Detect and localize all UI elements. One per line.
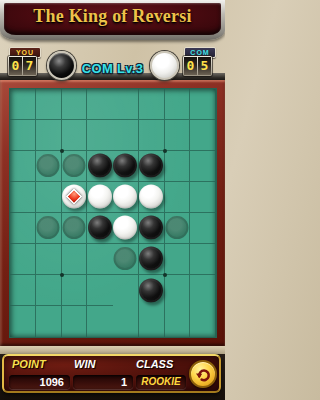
board-cell-h4[interactable] [190,182,216,213]
black-disc-f6 [139,247,163,271]
white-disc-e4 [113,185,137,209]
board-cell-a3[interactable] [10,151,36,182]
board-cell-b1[interactable] [36,89,62,120]
board-cell-a8[interactable] [10,306,36,337]
board-cell-e8[interactable] [113,306,139,337]
board-cell-d2[interactable] [87,120,113,151]
board-frame [0,80,225,346]
board-cell-h1[interactable] [190,89,216,120]
app-title: The King of Reversi [0,6,225,27]
board-cell-h2[interactable] [190,120,216,151]
bottom-strip [0,346,225,354]
board-cell-b5[interactable] [36,213,62,244]
board-cell-c1[interactable] [62,89,88,120]
title-banner: The King of Reversi [0,0,225,40]
black-disc-e3 [113,154,137,178]
board-cell-f4[interactable] [139,182,165,213]
board-cell-d4[interactable] [87,182,113,213]
board-cell-h6[interactable] [190,244,216,275]
board-cell-d5[interactable] [87,213,113,244]
white-disc-f4 [139,185,163,209]
board-cell-g2[interactable] [165,120,191,151]
white-disc-e5 [113,216,137,240]
you-black-disc-icon [47,51,76,80]
score-bar: YOU 0 7 COM Lv.3 COM 0 5 [0,40,225,80]
win-value: 1 [73,375,133,389]
point-value: 1096 [9,375,70,389]
black-disc-f5 [139,216,163,240]
com-level-text: COM Lv.3 [0,61,225,76]
black-disc-d5 [88,216,112,240]
board-cell-f2[interactable] [139,120,165,151]
board-cell-a7[interactable] [10,275,36,306]
board-cell-h7[interactable] [190,275,216,306]
board-cell-a4[interactable] [10,182,36,213]
legal-move-hint-c5[interactable] [62,216,85,239]
win-label: WIN [74,358,95,370]
board-cell-h3[interactable] [190,151,216,182]
board-cell-h8[interactable] [190,306,216,337]
board-cell-a1[interactable] [10,89,36,120]
class-value: ROOKIE [136,375,186,389]
last-move-marker [66,189,82,205]
board-cell-g6[interactable] [165,244,191,275]
board-cell-c2[interactable] [62,120,88,151]
bottom-stats-area: POINT WIN CLASS 1096 1 ROOKIE [0,346,225,400]
board-cell-d6[interactable] [87,244,113,275]
board-cell-a6[interactable] [10,244,36,275]
board-cell-f8[interactable] [139,306,165,337]
board-cell-e7[interactable] [113,275,139,306]
reversi-board [9,88,217,338]
point-label: POINT [12,358,46,370]
board-cell-c8[interactable] [62,306,88,337]
board-cell-d8[interactable] [87,306,113,337]
board-cell-h5[interactable] [190,213,216,244]
board-cell-f6[interactable] [139,244,165,275]
black-disc-f3 [139,154,163,178]
board-cell-g5[interactable] [165,213,191,244]
board-cell-e3[interactable] [113,151,139,182]
legal-move-hint-c3[interactable] [62,154,85,177]
board-cell-f7[interactable] [139,275,165,306]
board-cell-d3[interactable] [87,151,113,182]
board-cell-e1[interactable] [113,89,139,120]
board-cell-a2[interactable] [10,120,36,151]
stats-panel: POINT WIN CLASS 1096 1 ROOKIE [2,354,221,393]
board-cell-g7[interactable] [165,275,191,306]
black-disc-d3 [88,154,112,178]
board-cell-e4[interactable] [113,182,139,213]
legal-move-hint-b5[interactable] [37,216,60,239]
board-cell-b3[interactable] [36,151,62,182]
black-disc-f7 [139,278,163,302]
board-cell-a5[interactable] [10,213,36,244]
white-disc-c4 [62,185,86,209]
board-cell-c5[interactable] [62,213,88,244]
board-cell-e6[interactable] [113,244,139,275]
board-cell-g8[interactable] [165,306,191,337]
board-cell-g1[interactable] [165,89,191,120]
board-cell-f5[interactable] [139,213,165,244]
undo-arrow-icon [194,365,212,383]
board-cell-c6[interactable] [62,244,88,275]
board-cell-c3[interactable] [62,151,88,182]
legal-move-hint-b3[interactable] [37,154,60,177]
board-cell-g3[interactable] [165,151,191,182]
board-cell-b7[interactable] [36,275,62,306]
legal-move-hint-g5[interactable] [165,216,188,239]
board-cell-f1[interactable] [139,89,165,120]
board-cell-g4[interactable] [165,182,191,213]
board-cell-b2[interactable] [36,120,62,151]
board-cell-b6[interactable] [36,244,62,275]
legal-move-hint-e6[interactable] [114,247,137,270]
board-grid [10,89,216,337]
board-cell-d1[interactable] [87,89,113,120]
com-white-disc-icon [150,51,179,80]
class-label: CLASS [136,358,173,370]
board-cell-c7[interactable] [62,275,88,306]
board-cell-e5[interactable] [113,213,139,244]
board-cell-f3[interactable] [139,151,165,182]
board-cell-d7[interactable] [87,275,113,306]
board-cell-b4[interactable] [36,182,62,213]
board-cell-b8[interactable] [36,306,62,337]
board-cell-e2[interactable] [113,120,139,151]
board-cell-c4[interactable] [62,182,88,213]
white-disc-d4 [88,185,112,209]
undo-button[interactable] [189,360,217,388]
